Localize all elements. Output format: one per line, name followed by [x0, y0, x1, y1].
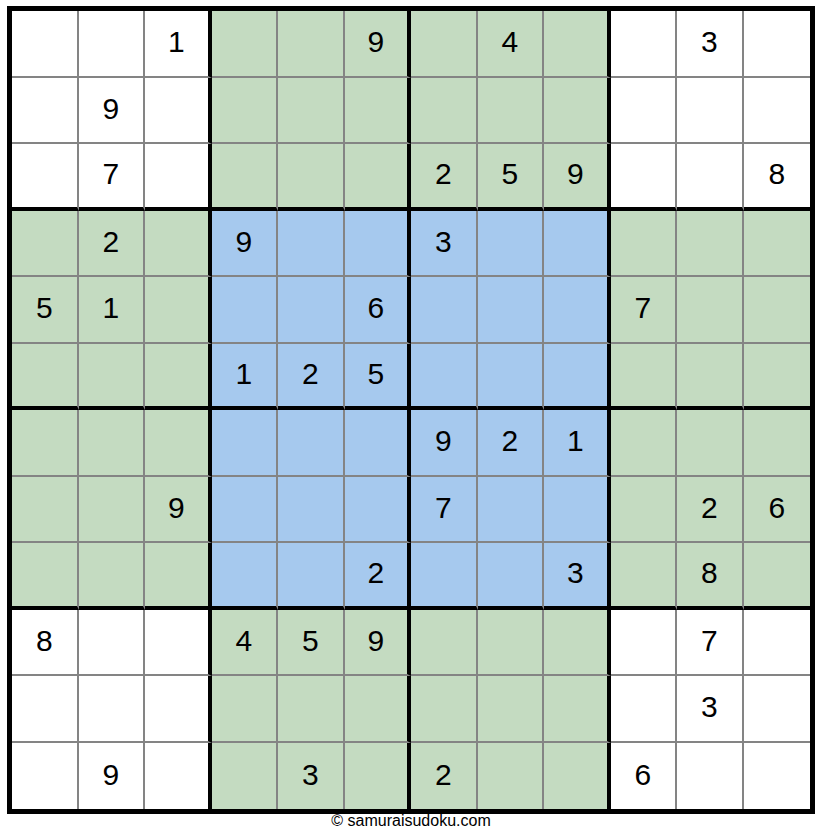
cell-r7c10[interactable]: [611, 410, 678, 477]
cell-r4c3[interactable]: [145, 211, 212, 278]
cell-r1c11[interactable]: 3: [677, 11, 744, 78]
cell-r10c5[interactable]: 5: [278, 610, 345, 677]
cell-r7c2[interactable]: [79, 410, 146, 477]
cell-r7c5[interactable]: [278, 410, 345, 477]
cell-r11c7[interactable]: [411, 676, 478, 743]
given-digit: 9: [235, 227, 252, 257]
cell-r7c1[interactable]: [12, 410, 79, 477]
cell-r7c3[interactable]: [145, 410, 212, 477]
cell-r7c7[interactable]: 9: [411, 410, 478, 477]
cell-r11c2[interactable]: [79, 676, 146, 743]
cell-r8c9[interactable]: [544, 477, 611, 544]
cell-r6c5[interactable]: 2: [278, 344, 345, 411]
copyright-caption: © samuraisudoku.com: [7, 812, 815, 830]
cell-r9c6[interactable]: 2: [345, 543, 412, 610]
given-digit: 2: [435, 159, 452, 189]
cell-r8c11[interactable]: 2: [677, 477, 744, 544]
cell-r8c8[interactable]: [478, 477, 545, 544]
cell-r12c5[interactable]: 3: [278, 743, 345, 810]
cell-r5c9[interactable]: [544, 277, 611, 344]
cell-r5c8[interactable]: [478, 277, 545, 344]
cell-r11c6[interactable]: [345, 676, 412, 743]
cell-r1c3[interactable]: 1: [145, 11, 212, 78]
given-digit: 9: [567, 159, 584, 189]
cell-r11c1[interactable]: [12, 676, 79, 743]
cell-r11c8[interactable]: [478, 676, 545, 743]
cell-r8c3[interactable]: 9: [145, 477, 212, 544]
cell-r10c9[interactable]: [544, 610, 611, 677]
cell-r1c5[interactable]: [278, 11, 345, 78]
cell-r9c9[interactable]: 3: [544, 543, 611, 610]
cell-r1c6[interactable]: 9: [345, 11, 412, 78]
cell-r2c3[interactable]: [145, 78, 212, 145]
given-digit: 9: [367, 27, 384, 57]
cell-r5c1[interactable]: 5: [12, 277, 79, 344]
cell-r11c4[interactable]: [212, 676, 279, 743]
given-digit: 9: [435, 426, 452, 456]
cell-r3c12[interactable]: 8: [744, 144, 811, 211]
cell-r9c10[interactable]: [611, 543, 678, 610]
given-digit: 1: [168, 27, 185, 57]
cell-r12c3[interactable]: [145, 743, 212, 810]
given-digit: 5: [501, 159, 518, 189]
cell-r8c1[interactable]: [12, 477, 79, 544]
cell-r3c4[interactable]: [212, 144, 279, 211]
cell-r12c10[interactable]: 6: [611, 743, 678, 810]
cell-r3c8[interactable]: 5: [478, 144, 545, 211]
given-digit: 9: [102, 94, 119, 124]
cell-r6c7[interactable]: [411, 344, 478, 411]
cell-r6c8[interactable]: [478, 344, 545, 411]
cell-r3c5[interactable]: [278, 144, 345, 211]
given-digit: 8: [701, 558, 718, 588]
cell-r8c4[interactable]: [212, 477, 279, 544]
cell-r2c12[interactable]: [744, 78, 811, 145]
cell-r7c8[interactable]: 2: [478, 410, 545, 477]
cell-r10c2[interactable]: [79, 610, 146, 677]
given-digit: 9: [367, 626, 384, 656]
cell-r12c1[interactable]: [12, 743, 79, 810]
cell-r6c12[interactable]: [744, 344, 811, 411]
given-digit: 1: [567, 426, 584, 456]
cell-r5c4[interactable]: [212, 277, 279, 344]
cell-r1c9[interactable]: [544, 11, 611, 78]
cell-r1c7[interactable]: [411, 11, 478, 78]
cell-r1c2[interactable]: [79, 11, 146, 78]
given-digit: 8: [36, 626, 53, 656]
cell-r9c11[interactable]: 8: [677, 543, 744, 610]
cell-r3c3[interactable]: [145, 144, 212, 211]
given-digit: 7: [634, 293, 651, 323]
cell-r4c5[interactable]: [278, 211, 345, 278]
cell-r3c10[interactable]: [611, 144, 678, 211]
cell-r12c9[interactable]: [544, 743, 611, 810]
cell-r6c4[interactable]: 1: [212, 344, 279, 411]
cell-r1c10[interactable]: [611, 11, 678, 78]
cell-r5c12[interactable]: [744, 277, 811, 344]
given-digit: 2: [435, 760, 452, 790]
given-digit: 1: [235, 359, 252, 389]
cell-r11c9[interactable]: [544, 676, 611, 743]
given-digit: 2: [302, 359, 319, 389]
cell-r4c1[interactable]: [12, 211, 79, 278]
given-digit: 7: [102, 159, 119, 189]
cell-r9c12[interactable]: [744, 543, 811, 610]
cell-r4c11[interactable]: [677, 211, 744, 278]
given-digit: 9: [102, 760, 119, 790]
cell-r12c8[interactable]: [478, 743, 545, 810]
cell-r1c8[interactable]: 4: [478, 11, 545, 78]
cell-r9c3[interactable]: [145, 543, 212, 610]
cell-r4c9[interactable]: [544, 211, 611, 278]
given-digit: 2: [367, 558, 384, 588]
cell-r12c2[interactable]: 9: [79, 743, 146, 810]
cell-r2c9[interactable]: [544, 78, 611, 145]
cell-r4c4[interactable]: 9: [212, 211, 279, 278]
cell-r10c3[interactable]: [145, 610, 212, 677]
cell-r3c7[interactable]: 2: [411, 144, 478, 211]
cell-r11c3[interactable]: [145, 676, 212, 743]
cell-r4c6[interactable]: [345, 211, 412, 278]
cell-r5c2[interactable]: 1: [79, 277, 146, 344]
cell-r9c1[interactable]: [12, 543, 79, 610]
cell-r3c6[interactable]: [345, 144, 412, 211]
cell-r6c11[interactable]: [677, 344, 744, 411]
cell-r8c7[interactable]: 7: [411, 477, 478, 544]
given-digit: 3: [302, 760, 319, 790]
cell-r2c4[interactable]: [212, 78, 279, 145]
given-digit: 6: [768, 493, 785, 523]
given-digit: 3: [701, 692, 718, 722]
cell-r1c1[interactable]: [12, 11, 79, 78]
given-digit: 4: [235, 626, 252, 656]
cell-r10c7[interactable]: [411, 610, 478, 677]
cell-r2c1[interactable]: [12, 78, 79, 145]
cell-r4c2[interactable]: 2: [79, 211, 146, 278]
cell-r3c2[interactable]: 7: [79, 144, 146, 211]
cell-r7c9[interactable]: 1: [544, 410, 611, 477]
cell-r2c2[interactable]: 9: [79, 78, 146, 145]
cell-r8c6[interactable]: [345, 477, 412, 544]
given-digit: 8: [768, 159, 785, 189]
cell-r1c12[interactable]: [744, 11, 811, 78]
cell-r2c10[interactable]: [611, 78, 678, 145]
cell-r6c9[interactable]: [544, 344, 611, 411]
cell-r11c11[interactable]: 3: [677, 676, 744, 743]
cell-r5c10[interactable]: 7: [611, 277, 678, 344]
given-digit: 6: [367, 293, 384, 323]
cell-r7c4[interactable]: [212, 410, 279, 477]
given-digit: 6: [634, 760, 651, 790]
given-digit: 1: [102, 293, 119, 323]
cell-r10c11[interactable]: 7: [677, 610, 744, 677]
given-digit: 5: [367, 359, 384, 389]
cell-r5c6[interactable]: 6: [345, 277, 412, 344]
given-digit: 3: [435, 227, 452, 257]
cell-r5c5[interactable]: [278, 277, 345, 344]
cell-r3c9[interactable]: 9: [544, 144, 611, 211]
cell-r6c3[interactable]: [145, 344, 212, 411]
cell-r4c10[interactable]: [611, 211, 678, 278]
cell-r4c8[interactable]: [478, 211, 545, 278]
cell-r12c6[interactable]: [345, 743, 412, 810]
cell-r6c6[interactable]: 5: [345, 344, 412, 411]
cell-r3c1[interactable]: [12, 144, 79, 211]
given-digit: 5: [302, 626, 319, 656]
cell-r8c5[interactable]: [278, 477, 345, 544]
cell-r11c5[interactable]: [278, 676, 345, 743]
cell-r8c12[interactable]: 6: [744, 477, 811, 544]
cell-r2c5[interactable]: [278, 78, 345, 145]
cell-r11c12[interactable]: [744, 676, 811, 743]
cell-r5c7[interactable]: [411, 277, 478, 344]
given-digit: 7: [701, 626, 718, 656]
given-digit: 9: [168, 493, 185, 523]
given-digit: 4: [501, 27, 518, 57]
cell-r10c4[interactable]: 4: [212, 610, 279, 677]
sudoku-board: 1943972598293516712592197262388459739326: [7, 6, 815, 814]
cell-r9c7[interactable]: [411, 543, 478, 610]
given-digit: 2: [701, 493, 718, 523]
cell-r4c7[interactable]: 3: [411, 211, 478, 278]
cell-r12c11[interactable]: [677, 743, 744, 810]
cell-r2c6[interactable]: [345, 78, 412, 145]
given-digit: 2: [102, 227, 119, 257]
cell-r3c11[interactable]: [677, 144, 744, 211]
cell-r10c12[interactable]: [744, 610, 811, 677]
cell-r7c12[interactable]: [744, 410, 811, 477]
cell-r6c10[interactable]: [611, 344, 678, 411]
cell-r9c5[interactable]: [278, 543, 345, 610]
cell-r6c1[interactable]: [12, 344, 79, 411]
cell-r10c8[interactable]: [478, 610, 545, 677]
cell-r7c11[interactable]: [677, 410, 744, 477]
cell-r8c2[interactable]: [79, 477, 146, 544]
cell-r5c3[interactable]: [145, 277, 212, 344]
cell-r12c4[interactable]: [212, 743, 279, 810]
cell-r12c12[interactable]: [744, 743, 811, 810]
cell-r6c2[interactable]: [79, 344, 146, 411]
cell-r8c10[interactable]: [611, 477, 678, 544]
cell-r10c6[interactable]: 9: [345, 610, 412, 677]
cell-r4c12[interactable]: [744, 211, 811, 278]
cell-r10c1[interactable]: 8: [12, 610, 79, 677]
cell-r7c6[interactable]: [345, 410, 412, 477]
cell-r12c7[interactable]: 2: [411, 743, 478, 810]
cell-r2c7[interactable]: [411, 78, 478, 145]
cell-r9c2[interactable]: [79, 543, 146, 610]
given-digit: 3: [701, 27, 718, 57]
cell-r9c8[interactable]: [478, 543, 545, 610]
cell-r2c11[interactable]: [677, 78, 744, 145]
cell-r2c8[interactable]: [478, 78, 545, 145]
cell-r9c4[interactable]: [212, 543, 279, 610]
cell-r11c10[interactable]: [611, 676, 678, 743]
cell-r1c4[interactable]: [212, 11, 279, 78]
given-digit: 5: [36, 293, 53, 323]
given-digit: 7: [435, 493, 452, 523]
given-digit: 2: [501, 426, 518, 456]
cell-r5c11[interactable]: [677, 277, 744, 344]
given-digit: 3: [567, 558, 584, 588]
cell-r10c10[interactable]: [611, 610, 678, 677]
